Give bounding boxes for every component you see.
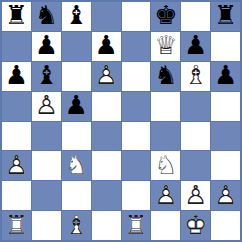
square-a2[interactable] — [2, 181, 31, 210]
square-e4[interactable] — [122, 122, 151, 151]
square-h4[interactable] — [211, 122, 240, 151]
square-g6[interactable]: ♝♗ — [181, 62, 210, 91]
square-c4[interactable] — [62, 122, 91, 151]
square-g8[interactable] — [181, 2, 210, 31]
square-g3[interactable] — [181, 151, 210, 180]
white-queen-outline-glyph: ♕ — [151, 32, 180, 58]
piece-white-pawn[interactable]: ♟♙ — [92, 62, 121, 91]
square-d3[interactable] — [92, 151, 121, 180]
white-bishop-glyph: ♝ — [181, 62, 210, 88]
square-b8[interactable]: ♞ — [32, 2, 61, 31]
white-pawn-glyph: ♟ — [32, 92, 61, 118]
square-d7[interactable]: ♟ — [92, 32, 121, 61]
square-e2[interactable] — [122, 181, 151, 210]
white-pawn-outline-glyph: ♙ — [181, 182, 210, 208]
square-f7[interactable]: ♛♕ — [151, 32, 180, 61]
black-knight-glyph: ♞ — [151, 62, 180, 88]
white-pawn-glyph: ♟ — [181, 182, 210, 208]
piece-black-knight[interactable]: ♞ — [151, 62, 180, 91]
piece-black-rook[interactable]: ♜ — [211, 2, 240, 31]
square-b6[interactable]: ♝ — [32, 62, 61, 91]
black-king-glyph: ♚ — [151, 2, 180, 28]
black-pawn-glyph: ♟ — [92, 32, 121, 58]
square-f4[interactable] — [151, 122, 180, 151]
square-e3[interactable] — [122, 151, 151, 180]
piece-black-pawn[interactable]: ♟ — [62, 92, 91, 121]
white-king-outline-glyph: ♔ — [181, 212, 210, 238]
black-rook-glyph: ♜ — [2, 2, 31, 28]
white-king-glyph: ♚ — [181, 212, 210, 238]
white-rook-outline-glyph: ♖ — [122, 212, 151, 238]
square-b5[interactable]: ♟♙ — [32, 92, 61, 121]
square-g1[interactable]: ♚♔ — [181, 211, 210, 240]
square-f5[interactable] — [151, 92, 180, 121]
piece-white-pawn[interactable]: ♟♙ — [32, 92, 61, 121]
black-bishop-glyph: ♝ — [32, 62, 61, 88]
piece-black-bishop[interactable]: ♝ — [32, 62, 61, 91]
square-g4[interactable] — [181, 122, 210, 151]
chess-board: ♜♞♝♚♜♟♟♛♕♟♟♝♟♙♞♝♗♟♟♙♟♟♙♞♘♞♘♟♙♟♙♟♙♜♖♝♗♜♖♚… — [0, 0, 242, 242]
white-rook-glyph: ♜ — [2, 212, 31, 238]
piece-black-pawn[interactable]: ♟ — [2, 62, 31, 91]
square-f6[interactable]: ♞ — [151, 62, 180, 91]
white-rook-glyph: ♜ — [122, 212, 151, 238]
white-pawn-outline-glyph: ♙ — [2, 152, 31, 178]
square-f1[interactable] — [151, 211, 180, 240]
square-d5[interactable] — [92, 92, 121, 121]
square-b2[interactable] — [32, 181, 61, 210]
black-rook-glyph: ♜ — [211, 2, 240, 28]
white-pawn-glyph: ♟ — [211, 182, 240, 208]
piece-white-knight[interactable]: ♞♘ — [151, 151, 180, 180]
piece-white-pawn[interactable]: ♟♙ — [2, 151, 31, 180]
black-knight-glyph: ♞ — [32, 2, 61, 28]
piece-black-bishop[interactable]: ♝ — [62, 2, 91, 31]
square-a5[interactable] — [2, 92, 31, 121]
piece-white-queen[interactable]: ♛♕ — [151, 32, 180, 61]
square-c3[interactable]: ♞♘ — [62, 151, 91, 180]
piece-white-pawn[interactable]: ♟♙ — [181, 181, 210, 210]
white-rook-outline-glyph: ♖ — [2, 212, 31, 238]
square-a7[interactable] — [2, 32, 31, 61]
white-pawn-outline-glyph: ♙ — [32, 92, 61, 118]
piece-white-pawn[interactable]: ♟♙ — [211, 181, 240, 210]
piece-white-knight[interactable]: ♞♘ — [62, 151, 91, 180]
square-a3[interactable]: ♟♙ — [2, 151, 31, 180]
square-e7[interactable] — [122, 32, 151, 61]
square-e1[interactable]: ♜♖ — [122, 211, 151, 240]
square-e8[interactable] — [122, 2, 151, 31]
white-knight-outline-glyph: ♘ — [62, 152, 91, 178]
piece-black-pawn[interactable]: ♟ — [181, 32, 210, 61]
square-g2[interactable]: ♟♙ — [181, 181, 210, 210]
black-pawn-glyph: ♟ — [32, 32, 61, 58]
square-g5[interactable] — [181, 92, 210, 121]
piece-white-bishop[interactable]: ♝♗ — [181, 62, 210, 91]
square-b7[interactable]: ♟ — [32, 32, 61, 61]
white-bishop-outline-glyph: ♗ — [181, 62, 210, 88]
square-g7[interactable]: ♟ — [181, 32, 210, 61]
square-d4[interactable] — [92, 122, 121, 151]
square-h5[interactable] — [211, 92, 240, 121]
piece-white-rook[interactable]: ♜♖ — [2, 211, 31, 240]
white-pawn-outline-glyph: ♙ — [151, 182, 180, 208]
piece-black-pawn[interactable]: ♟ — [32, 32, 61, 61]
white-bishop-glyph: ♝ — [62, 212, 91, 238]
black-pawn-glyph: ♟ — [181, 32, 210, 58]
square-d1[interactable] — [92, 211, 121, 240]
square-c7[interactable] — [62, 32, 91, 61]
white-pawn-glyph: ♟ — [151, 182, 180, 208]
square-b1[interactable] — [32, 211, 61, 240]
white-pawn-glyph: ♟ — [92, 62, 121, 88]
black-pawn-glyph: ♟ — [211, 62, 240, 88]
square-c8[interactable]: ♝ — [62, 2, 91, 31]
square-a6[interactable]: ♟ — [2, 62, 31, 91]
square-c1[interactable]: ♝♗ — [62, 211, 91, 240]
piece-white-pawn[interactable]: ♟♙ — [151, 181, 180, 210]
square-e6[interactable] — [122, 62, 151, 91]
white-knight-outline-glyph: ♘ — [151, 152, 180, 178]
piece-black-rook[interactable]: ♜ — [2, 2, 31, 31]
white-pawn-outline-glyph: ♙ — [92, 62, 121, 88]
square-d6[interactable]: ♟♙ — [92, 62, 121, 91]
black-pawn-glyph: ♟ — [2, 62, 31, 88]
square-a4[interactable] — [2, 122, 31, 151]
square-a8[interactable]: ♜ — [2, 2, 31, 31]
piece-black-pawn[interactable]: ♟ — [92, 32, 121, 61]
square-e5[interactable] — [122, 92, 151, 121]
white-pawn-outline-glyph: ♙ — [211, 182, 240, 208]
piece-black-pawn[interactable]: ♟ — [211, 62, 240, 91]
square-h2[interactable]: ♟♙ — [211, 181, 240, 210]
square-c6[interactable] — [62, 62, 91, 91]
black-bishop-glyph: ♝ — [62, 2, 91, 28]
square-c2[interactable] — [62, 181, 91, 210]
piece-white-rook[interactable]: ♜♖ — [122, 211, 151, 240]
white-knight-glyph: ♞ — [151, 152, 180, 178]
white-pawn-glyph: ♟ — [2, 152, 31, 178]
square-h3[interactable] — [211, 151, 240, 180]
square-h6[interactable]: ♟ — [211, 62, 240, 91]
square-f8[interactable]: ♚ — [151, 2, 180, 31]
square-b3[interactable] — [32, 151, 61, 180]
piece-black-king[interactable]: ♚ — [151, 2, 180, 31]
square-c5[interactable]: ♟ — [62, 92, 91, 121]
square-h8[interactable]: ♜ — [211, 2, 240, 31]
square-h1[interactable] — [211, 211, 240, 240]
white-queen-glyph: ♛ — [151, 32, 180, 58]
white-knight-glyph: ♞ — [62, 152, 91, 178]
white-bishop-outline-glyph: ♗ — [62, 212, 91, 238]
square-h7[interactable] — [211, 32, 240, 61]
piece-white-bishop[interactable]: ♝♗ — [62, 211, 91, 240]
square-f3[interactable]: ♞♘ — [151, 151, 180, 180]
square-b4[interactable] — [32, 122, 61, 151]
square-d8[interactable] — [92, 2, 121, 31]
square-f2[interactable]: ♟♙ — [151, 181, 180, 210]
square-a1[interactable]: ♜♖ — [2, 211, 31, 240]
piece-white-king[interactable]: ♚♔ — [181, 211, 210, 240]
black-pawn-glyph: ♟ — [62, 92, 91, 118]
piece-black-knight[interactable]: ♞ — [32, 2, 61, 31]
square-d2[interactable] — [92, 181, 121, 210]
